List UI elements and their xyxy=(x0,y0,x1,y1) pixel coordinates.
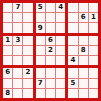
cell-r9c8[interactable] xyxy=(79,89,88,98)
cell-r7c4[interactable] xyxy=(36,68,45,77)
cell-r5c7[interactable] xyxy=(68,46,77,55)
cell-r7c7[interactable] xyxy=(68,68,77,77)
cell-r1c3[interactable] xyxy=(23,3,32,12)
cell-r8c2[interactable] xyxy=(13,79,22,88)
cell-r7c3[interactable]: 2 xyxy=(23,68,32,77)
cell-r1c4[interactable]: 5 xyxy=(36,3,45,12)
sudoku-box-7: 628 xyxy=(3,68,33,98)
cell-r8c7[interactable]: 5 xyxy=(68,79,77,88)
cell-r4c1[interactable]: 1 xyxy=(3,36,12,45)
cell-r1c1[interactable] xyxy=(3,3,12,12)
cell-r9c9[interactable] xyxy=(89,89,98,98)
sudoku-box-3: 61 xyxy=(68,3,98,33)
cell-r2c9[interactable]: 1 xyxy=(89,13,98,22)
sudoku-box-8: 7 xyxy=(36,68,66,98)
cell-r2c2[interactable] xyxy=(13,13,22,22)
cell-r5c6[interactable] xyxy=(56,46,65,55)
cell-r2c6[interactable] xyxy=(56,13,65,22)
cell-r7c2[interactable] xyxy=(13,68,22,77)
cell-r7c6[interactable] xyxy=(56,68,65,77)
cell-r9c7[interactable] xyxy=(68,89,77,98)
cell-r3c4[interactable]: 9 xyxy=(36,23,45,32)
cell-r2c7[interactable] xyxy=(68,13,77,22)
cell-r3c6[interactable] xyxy=(56,23,65,32)
cell-r2c3[interactable] xyxy=(23,13,32,22)
cell-r6c8[interactable] xyxy=(79,56,88,65)
cell-r9c1[interactable]: 8 xyxy=(3,89,12,98)
cell-r7c9[interactable] xyxy=(89,68,98,77)
cell-r2c1[interactable] xyxy=(3,13,12,22)
cell-r9c3[interactable] xyxy=(23,89,32,98)
cell-r3c3[interactable] xyxy=(23,23,32,32)
cell-r6c5[interactable] xyxy=(46,56,55,65)
cell-r4c8[interactable] xyxy=(79,36,88,45)
sudoku-box-2: 549 xyxy=(36,3,66,33)
cell-r7c5[interactable] xyxy=(46,68,55,77)
cell-r5c3[interactable] xyxy=(23,46,32,55)
cell-r4c9[interactable] xyxy=(89,36,98,45)
cell-r2c4[interactable] xyxy=(36,13,45,22)
cell-r8c6[interactable] xyxy=(56,79,65,88)
cell-r1c2[interactable]: 7 xyxy=(13,3,22,12)
cell-r8c9[interactable] xyxy=(89,79,98,88)
cell-r9c2[interactable] xyxy=(13,89,22,98)
cell-r4c7[interactable] xyxy=(68,36,77,45)
cell-r3c2[interactable] xyxy=(13,23,22,32)
cell-r8c5[interactable] xyxy=(46,79,55,88)
cell-r4c2[interactable]: 3 xyxy=(13,36,22,45)
cell-r5c9[interactable] xyxy=(89,46,98,55)
cell-r7c8[interactable] xyxy=(79,68,88,77)
cell-r1c6[interactable]: 4 xyxy=(56,3,65,12)
cell-r6c2[interactable] xyxy=(13,56,22,65)
cell-r1c8[interactable] xyxy=(79,3,88,12)
cell-r5c2[interactable] xyxy=(13,46,22,55)
cell-r3c9[interactable] xyxy=(89,23,98,32)
sudoku-box-6: 84 xyxy=(68,36,98,66)
cell-r6c1[interactable] xyxy=(3,56,12,65)
cell-r3c7[interactable] xyxy=(68,23,77,32)
cell-r6c9[interactable] xyxy=(89,56,98,65)
cell-r4c6[interactable] xyxy=(56,36,65,45)
cell-r9c5[interactable] xyxy=(46,89,55,98)
cell-r2c8[interactable]: 6 xyxy=(79,13,88,22)
cell-r3c5[interactable] xyxy=(46,23,55,32)
cell-r6c6[interactable] xyxy=(56,56,65,65)
cell-r3c1[interactable] xyxy=(3,23,12,32)
sudoku-box-5: 62 xyxy=(36,36,66,66)
cell-r8c8[interactable] xyxy=(79,79,88,88)
cell-r9c6[interactable] xyxy=(56,89,65,98)
sudoku-box-1: 7 xyxy=(3,3,33,33)
cell-r6c4[interactable] xyxy=(36,56,45,65)
cell-r3c8[interactable] xyxy=(79,23,88,32)
sudoku-board: 75496113628462875 xyxy=(0,0,101,101)
cell-r2c5[interactable] xyxy=(46,13,55,22)
cell-r8c3[interactable] xyxy=(23,79,32,88)
cell-r6c3[interactable] xyxy=(23,56,32,65)
cell-r6c7[interactable]: 4 xyxy=(68,56,77,65)
cell-r7c1[interactable]: 6 xyxy=(3,68,12,77)
sudoku-box-9: 5 xyxy=(68,68,98,98)
cell-r9c4[interactable] xyxy=(36,89,45,98)
cell-r8c4[interactable]: 7 xyxy=(36,79,45,88)
cell-r1c9[interactable] xyxy=(89,3,98,12)
cell-r5c5[interactable]: 2 xyxy=(46,46,55,55)
cell-r4c4[interactable] xyxy=(36,36,45,45)
sudoku-box-4: 13 xyxy=(3,36,33,66)
cell-r5c8[interactable]: 8 xyxy=(79,46,88,55)
cell-r8c1[interactable] xyxy=(3,79,12,88)
cell-r4c5[interactable]: 6 xyxy=(46,36,55,45)
cell-r1c5[interactable] xyxy=(46,3,55,12)
cell-r5c4[interactable] xyxy=(36,46,45,55)
cell-r4c3[interactable] xyxy=(23,36,32,45)
cell-r1c7[interactable] xyxy=(68,3,77,12)
cell-r5c1[interactable] xyxy=(3,46,12,55)
